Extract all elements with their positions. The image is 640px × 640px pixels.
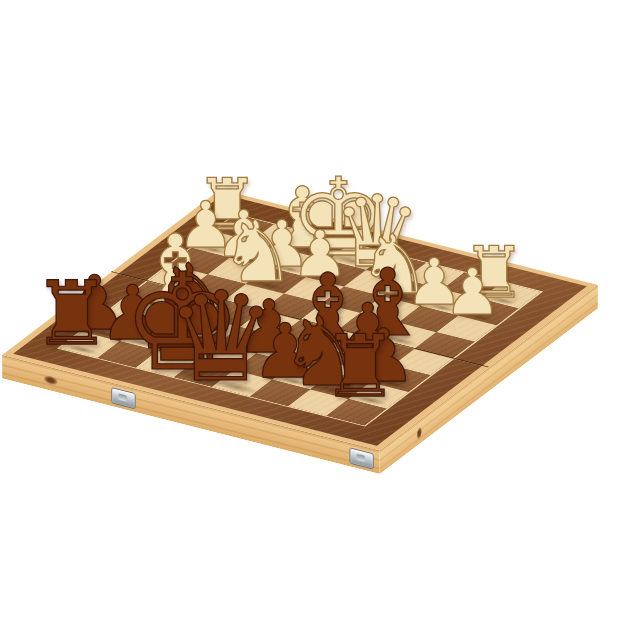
wood-knot: [417, 426, 422, 441]
square-h7[interactable]: ♜: [348, 382, 408, 408]
board-top: ♜♝♚♛♜♟♟♟♟♞♟♟♞♝♝♝♟♞♟♟♟♟♟♟♞♜♜♚♛: [2, 189, 598, 450]
product-photo-stage: ♜♝♚♛♜♟♟♟♟♞♟♟♞♝♝♝♟♞♟♟♟♟♟♟♞♜♜♚♛: [0, 0, 640, 640]
wood-knot: [44, 374, 58, 386]
piece-dark-rook[interactable]: ♜: [290, 323, 430, 409]
walnut-frame: ♜♝♚♛♜♟♟♟♟♞♟♟♞♝♝♝♟♞♟♟♟♟♟♟♞♜♜♚♛: [13, 194, 587, 446]
metal-latch-2: [350, 447, 374, 469]
square-h2[interactable]: ♟: [458, 299, 518, 325]
